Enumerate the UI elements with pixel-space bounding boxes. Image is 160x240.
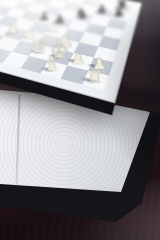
white-rook: ♜ (82, 68, 105, 86)
white-rook: ♜ (3, 23, 22, 37)
white-bishop: ♝ (40, 55, 62, 75)
black-knight: ♞ (73, 6, 90, 20)
black-king: ♚ (67, 0, 82, 2)
black-pawn: ♟ (94, 4, 111, 16)
photo-chess-scene: ♜♞♝♛♚♝♜♟♟♟♟♟♞♟♟♟♟♜♟♞♛♚♟♟♝♜ (0, 0, 160, 240)
black-pawn: ♟ (110, 7, 127, 19)
square-g6 (89, 15, 110, 27)
square-h1: ♜ (82, 70, 109, 90)
white-pawn: ♟ (68, 51, 89, 66)
black-pawn: ♟ (33, 0, 48, 4)
chessboard: ♜♞♝♛♚♝♜♟♟♟♟♟♞♟♟♟♟♜♟♞♛♚♟♟♝♜ (0, 0, 132, 90)
black-pawn: ♟ (19, 0, 34, 1)
